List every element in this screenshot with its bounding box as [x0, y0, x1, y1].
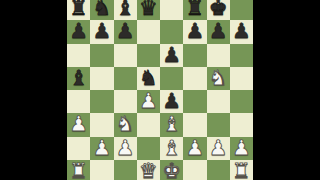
square-a8[interactable]: ♜: [67, 0, 90, 20]
piece-black-rook-icon[interactable]: ♜: [69, 0, 88, 19]
square-h2[interactable]: ♟: [230, 137, 253, 160]
piece-white-pawn-icon[interactable]: ♟: [116, 138, 135, 159]
piece-black-knight-icon[interactable]: ♞: [92, 0, 111, 19]
piece-white-pawn-icon[interactable]: ♟: [92, 138, 111, 159]
square-f7[interactable]: ♟: [183, 20, 206, 43]
square-d4[interactable]: ♟: [137, 90, 160, 113]
square-c4[interactable]: [114, 90, 137, 113]
piece-black-bishop-icon[interactable]: ♝: [69, 68, 88, 89]
square-g2[interactable]: ♟: [207, 137, 230, 160]
piece-black-pawn-icon[interactable]: ♟: [116, 21, 135, 42]
piece-white-pawn-icon[interactable]: ♟: [232, 138, 251, 159]
square-e5[interactable]: [160, 67, 183, 90]
square-h1[interactable]: ♜: [230, 160, 253, 180]
square-d1[interactable]: ♛: [137, 160, 160, 180]
square-h8[interactable]: [230, 0, 253, 20]
piece-black-pawn-icon[interactable]: ♟: [162, 91, 181, 112]
piece-white-pawn-icon[interactable]: ♟: [185, 138, 204, 159]
square-d2[interactable]: [137, 137, 160, 160]
piece-white-pawn-icon[interactable]: ♟: [69, 114, 88, 135]
piece-black-pawn-icon[interactable]: ♟: [92, 21, 111, 42]
square-a6[interactable]: [67, 44, 90, 67]
piece-white-pawn-icon[interactable]: ♟: [209, 138, 228, 159]
video-frame: ♜♞♝♛♜♚♟♟♟♟♟♟♟♝♞♞♟♟♟♞♝♟♟♝♟♟♟♜♛♚♜: [0, 0, 320, 180]
square-e7[interactable]: [160, 20, 183, 43]
square-h4[interactable]: [230, 90, 253, 113]
square-d8[interactable]: ♛: [137, 0, 160, 20]
square-d5[interactable]: ♞: [137, 67, 160, 90]
piece-white-rook-icon[interactable]: ♜: [232, 161, 251, 180]
square-e1[interactable]: ♚: [160, 160, 183, 180]
square-e2[interactable]: ♝: [160, 137, 183, 160]
square-d6[interactable]: [137, 44, 160, 67]
square-h5[interactable]: [230, 67, 253, 90]
piece-white-pawn-icon[interactable]: ♟: [139, 91, 158, 112]
letterbox-right: [253, 0, 320, 180]
square-c2[interactable]: ♟: [114, 137, 137, 160]
square-f3[interactable]: [183, 113, 206, 136]
square-b4[interactable]: [90, 90, 113, 113]
square-h7[interactable]: ♟: [230, 20, 253, 43]
piece-black-bishop-icon[interactable]: ♝: [116, 0, 135, 19]
square-c5[interactable]: [114, 67, 137, 90]
square-b7[interactable]: ♟: [90, 20, 113, 43]
square-a1[interactable]: ♜: [67, 160, 90, 180]
square-c1[interactable]: [114, 160, 137, 180]
square-a2[interactable]: [67, 137, 90, 160]
square-e8[interactable]: [160, 0, 183, 20]
square-b1[interactable]: [90, 160, 113, 180]
piece-white-king-icon[interactable]: ♚: [162, 161, 181, 180]
square-c6[interactable]: [114, 44, 137, 67]
square-g8[interactable]: ♚: [207, 0, 230, 20]
piece-black-knight-icon[interactable]: ♞: [139, 68, 158, 89]
square-a7[interactable]: ♟: [67, 20, 90, 43]
square-d3[interactable]: [137, 113, 160, 136]
square-g7[interactable]: ♟: [207, 20, 230, 43]
square-g4[interactable]: [207, 90, 230, 113]
square-h3[interactable]: [230, 113, 253, 136]
square-g3[interactable]: [207, 113, 230, 136]
piece-white-bishop-icon[interactable]: ♝: [162, 138, 181, 159]
piece-black-pawn-icon[interactable]: ♟: [209, 21, 228, 42]
square-d7[interactable]: [137, 20, 160, 43]
square-e4[interactable]: ♟: [160, 90, 183, 113]
square-g5[interactable]: ♞: [207, 67, 230, 90]
square-g1[interactable]: [207, 160, 230, 180]
square-b3[interactable]: [90, 113, 113, 136]
square-f8[interactable]: ♜: [183, 0, 206, 20]
piece-black-king-icon[interactable]: ♚: [209, 0, 228, 19]
square-h6[interactable]: [230, 44, 253, 67]
square-g6[interactable]: [207, 44, 230, 67]
square-c3[interactable]: ♞: [114, 113, 137, 136]
piece-white-bishop-icon[interactable]: ♝: [162, 114, 181, 135]
piece-black-rook-icon[interactable]: ♜: [185, 0, 204, 19]
piece-black-pawn-icon[interactable]: ♟: [162, 45, 181, 66]
piece-white-knight-icon[interactable]: ♞: [209, 68, 228, 89]
square-f4[interactable]: [183, 90, 206, 113]
piece-black-pawn-icon[interactable]: ♟: [232, 21, 251, 42]
square-e3[interactable]: ♝: [160, 113, 183, 136]
square-f5[interactable]: [183, 67, 206, 90]
piece-black-pawn-icon[interactable]: ♟: [69, 21, 88, 42]
square-b5[interactable]: [90, 67, 113, 90]
square-f6[interactable]: [183, 44, 206, 67]
chess-board: ♜♞♝♛♜♚♟♟♟♟♟♟♟♝♞♞♟♟♟♞♝♟♟♝♟♟♟♜♛♚♜: [67, 0, 253, 180]
square-e6[interactable]: ♟: [160, 44, 183, 67]
square-b8[interactable]: ♞: [90, 0, 113, 20]
square-b6[interactable]: [90, 44, 113, 67]
square-f1[interactable]: [183, 160, 206, 180]
square-a5[interactable]: ♝: [67, 67, 90, 90]
square-a4[interactable]: [67, 90, 90, 113]
piece-white-knight-icon[interactable]: ♞: [116, 114, 135, 135]
piece-black-pawn-icon[interactable]: ♟: [185, 21, 204, 42]
square-a3[interactable]: ♟: [67, 113, 90, 136]
square-c7[interactable]: ♟: [114, 20, 137, 43]
piece-black-queen-icon[interactable]: ♛: [139, 0, 158, 19]
square-b2[interactable]: ♟: [90, 137, 113, 160]
square-c8[interactable]: ♝: [114, 0, 137, 20]
piece-white-queen-icon[interactable]: ♛: [139, 161, 158, 180]
piece-white-rook-icon[interactable]: ♜: [69, 161, 88, 180]
letterbox-left: [0, 0, 67, 180]
square-f2[interactable]: ♟: [183, 137, 206, 160]
